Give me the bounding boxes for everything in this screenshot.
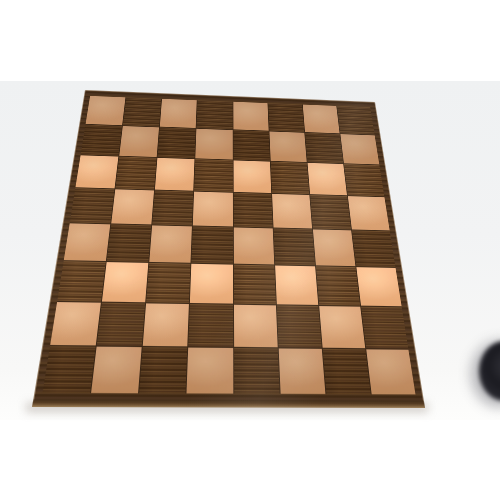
square-e2 [234,305,278,348]
square-b2 [97,303,146,346]
square-h3 [356,267,401,306]
square-a6 [75,155,118,188]
square-f1 [278,348,325,394]
square-b6 [115,157,156,190]
square-c3 [146,263,190,303]
square-c4 [150,225,193,262]
square-g2 [319,306,365,348]
square-b4 [107,224,152,262]
square-h5 [348,196,390,230]
square-e4 [233,227,274,264]
square-g6 [307,163,347,195]
square-d8 [197,100,233,129]
square-g1 [322,349,370,394]
board-side-edge [32,399,425,408]
square-b3 [102,262,148,302]
square-f4 [273,228,315,265]
square-a5 [70,188,115,223]
square-a7 [81,125,122,156]
photo-stage [0,0,500,500]
square-g7 [305,133,343,163]
square-a2 [50,302,101,345]
square-c5 [152,190,193,225]
square-d4 [192,226,233,263]
square-d5 [193,192,232,227]
square-d3 [190,264,232,304]
square-e8 [233,102,268,131]
square-h4 [352,230,396,267]
square-e3 [233,265,275,305]
square-g3 [316,266,360,305]
square-a1 [43,346,96,393]
square-e6 [233,160,271,193]
square-h7 [340,134,379,164]
square-b1 [91,347,142,394]
square-b8 [123,97,161,126]
square-c2 [143,303,189,346]
square-c8 [160,99,197,128]
square-a4 [64,223,111,261]
square-f2 [277,305,322,347]
square-a3 [57,261,106,301]
square-c6 [155,158,195,191]
square-f6 [270,162,309,194]
square-g5 [310,195,351,229]
square-e7 [233,130,270,161]
square-d2 [189,304,233,347]
square-g4 [313,229,356,266]
square-d7 [196,129,233,160]
square-h1 [366,349,415,394]
square-f7 [269,131,306,162]
square-d6 [194,159,232,192]
square-e5 [233,193,272,228]
square-c7 [158,127,196,158]
square-g8 [303,105,340,134]
square-f5 [272,194,312,229]
square-e1 [234,348,280,394]
chessboard [32,90,425,408]
square-h2 [361,307,408,349]
square-f8 [268,103,304,132]
square-f3 [275,265,318,304]
square-c1 [139,347,187,393]
square-h6 [344,164,384,196]
board-squares [43,96,416,394]
square-h8 [337,106,375,135]
square-b5 [111,189,154,224]
square-a8 [86,96,126,125]
square-d1 [187,348,233,394]
square-b7 [119,126,159,157]
